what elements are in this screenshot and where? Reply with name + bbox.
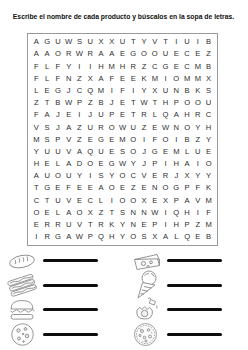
- grid-cell: V: [74, 219, 85, 231]
- grid-cell: E: [106, 146, 117, 158]
- grid-cell: U: [85, 36, 96, 48]
- grid-cell: C: [182, 48, 193, 60]
- grid-cell: U: [85, 121, 96, 133]
- grid-cell: E: [117, 97, 128, 109]
- grid-cell: O: [192, 97, 203, 109]
- grid-cell: S: [42, 133, 53, 145]
- grid-cell: E: [203, 146, 214, 158]
- grid-cell: G: [42, 36, 53, 48]
- grid-cell: Y: [139, 36, 150, 48]
- grid-cell: S: [42, 121, 53, 133]
- grid-cell: M: [106, 60, 117, 72]
- grid-cell: G: [42, 182, 53, 194]
- grid-cell: B: [203, 36, 214, 48]
- grid-cell: O: [203, 158, 214, 170]
- grid-cell: M: [149, 73, 160, 85]
- grid-cell: U: [128, 121, 139, 133]
- grid-cell: E: [117, 48, 128, 60]
- grid-cell: F: [192, 182, 203, 194]
- grid-cell: A: [171, 109, 182, 121]
- grid-cell: R: [139, 109, 150, 121]
- grid-cell: W: [160, 121, 171, 133]
- grid-cell: Z: [74, 133, 85, 145]
- grid-cell: O: [85, 158, 96, 170]
- grid-cell: E: [63, 109, 74, 121]
- grid-cell: Z: [96, 206, 107, 218]
- grid-cell: S: [139, 231, 150, 243]
- grid-cell: G: [53, 231, 64, 243]
- grid-cell: D: [74, 158, 85, 170]
- grid-cell: M: [203, 219, 214, 231]
- grid-cell: O: [160, 133, 171, 145]
- grid-cell: Y: [117, 219, 128, 231]
- grid-cell: A: [96, 182, 107, 194]
- product-row: [130, 298, 248, 321]
- grid-cell: Y: [106, 170, 117, 182]
- grid-cell: K: [203, 182, 214, 194]
- grid-cell: C: [85, 194, 96, 206]
- grid-cell: M: [117, 133, 128, 145]
- grid-cell: O: [117, 194, 128, 206]
- grid-cell: J: [53, 109, 64, 121]
- grid-cell: L: [149, 109, 160, 121]
- grid-cell: Y: [139, 85, 150, 97]
- grid-cell: O: [128, 146, 139, 158]
- grid-cell: Z: [139, 121, 150, 133]
- grid-cell: Y: [74, 170, 85, 182]
- grid-cell: H: [182, 206, 193, 218]
- grid-cell: R: [192, 109, 203, 121]
- grid-cell: I: [160, 158, 171, 170]
- grid-cell: O: [53, 48, 64, 60]
- grid-cell: C: [31, 194, 42, 206]
- answer-line: [167, 308, 222, 311]
- grid-cell: T: [31, 182, 42, 194]
- grid-cell: T: [160, 36, 171, 48]
- grid-cell: Z: [74, 121, 85, 133]
- grid-cell: Q: [171, 206, 182, 218]
- grid-cell: M: [192, 60, 203, 72]
- grid-cell: A: [182, 194, 193, 206]
- grid-cell: F: [53, 60, 64, 72]
- grid-cell: E: [139, 219, 150, 231]
- grid-cell: V: [63, 133, 74, 145]
- grid-cell: U: [63, 219, 74, 231]
- grid-cell: U: [53, 194, 64, 206]
- grid-cell: U: [203, 97, 214, 109]
- grid-cell: V: [149, 36, 160, 48]
- grid-cell: E: [139, 182, 150, 194]
- grid-cell: R: [96, 219, 107, 231]
- grid-cell: B: [96, 97, 107, 109]
- grid-cell: O: [160, 182, 171, 194]
- grid-cell: P: [182, 219, 193, 231]
- grid-cell: U: [160, 48, 171, 60]
- grid-cell: O: [31, 206, 42, 218]
- grid-cell: T: [149, 97, 160, 109]
- grid-cell: C: [128, 170, 139, 182]
- grid-cell: A: [182, 158, 193, 170]
- cookie-icon: [6, 322, 38, 346]
- grid-cell: F: [117, 85, 128, 97]
- grid-cell: U: [182, 36, 193, 48]
- answer-line: [43, 333, 98, 336]
- grid-cell: F: [149, 133, 160, 145]
- grid-cell: N: [128, 206, 139, 218]
- grid-cell: A: [63, 158, 74, 170]
- answer-line: [167, 259, 222, 262]
- grid-cell: O: [128, 231, 139, 243]
- grid-cell: T: [128, 109, 139, 121]
- grid-cell: C: [74, 85, 85, 97]
- grid-cell: W: [139, 97, 150, 109]
- answer-line: [43, 259, 98, 262]
- grid-cell: K: [139, 73, 150, 85]
- products-column-right: [124, 249, 248, 346]
- grid-cell: K: [192, 85, 203, 97]
- grid-cell: R: [96, 121, 107, 133]
- grid-cell: E: [171, 48, 182, 60]
- grid-cell: O: [128, 194, 139, 206]
- grid-cell: Z: [192, 133, 203, 145]
- grid-cell: G: [171, 182, 182, 194]
- grid-cell: E: [106, 133, 117, 145]
- grid-cell: U: [42, 146, 53, 158]
- grid-cell: N: [128, 219, 139, 231]
- grid-cell: E: [128, 73, 139, 85]
- grid-cell: S: [96, 170, 107, 182]
- grid-cell: A: [31, 170, 42, 182]
- grid-cell: P: [149, 158, 160, 170]
- grid-cell: G: [96, 133, 107, 145]
- grid-cell: X: [203, 73, 214, 85]
- grid-cell: W: [63, 97, 74, 109]
- grid-cell: O: [139, 48, 150, 60]
- grid-cell: W: [149, 206, 160, 218]
- grid-cell: W: [117, 121, 128, 133]
- grid-cell: O: [182, 97, 193, 109]
- grid-cell: W: [74, 231, 85, 243]
- bacon-icon: [6, 273, 38, 297]
- grid-cell: H: [160, 97, 171, 109]
- grid-cell: Q: [85, 146, 96, 158]
- grid-cell: B: [203, 231, 214, 243]
- grid-cell: U: [117, 36, 128, 48]
- answer-line: [167, 284, 222, 287]
- grid-cell: O: [128, 133, 139, 145]
- grid-cell: Y: [128, 158, 139, 170]
- grid-cell: T: [128, 97, 139, 109]
- grid-cell: E: [85, 133, 96, 145]
- grid-cell: H: [31, 158, 42, 170]
- grid-cell: S: [203, 85, 214, 97]
- grid-cell: H: [96, 60, 107, 72]
- grid-cell: O: [182, 121, 193, 133]
- grid-cell: E: [117, 182, 128, 194]
- grid-cell: X: [160, 194, 171, 206]
- grid-cell: H: [203, 121, 214, 133]
- grid-cell: I: [171, 36, 182, 48]
- grid-cell: Y: [203, 170, 214, 182]
- grid-cell: E: [149, 121, 160, 133]
- grid-cell: I: [31, 231, 42, 243]
- grid-cell: G: [128, 48, 139, 60]
- grid-cell: H: [171, 219, 182, 231]
- grid-cell: B: [53, 97, 64, 109]
- grid-cell: Y: [31, 146, 42, 158]
- grid-cell: Z: [31, 97, 42, 109]
- grid-cell: E: [117, 73, 128, 85]
- grid-cell: T: [128, 36, 139, 48]
- grid-cell: X: [182, 170, 193, 182]
- grid-cell: L: [42, 73, 53, 85]
- product-row: [6, 274, 124, 297]
- letter-grid: AGUWSUXXUTYVTIUIBAAORWRAAEGOOUECEZFLFYII…: [27, 33, 218, 246]
- grid-cell: J: [139, 158, 150, 170]
- grid-cell: S: [74, 36, 85, 48]
- grid-cell: A: [74, 146, 85, 158]
- grid-cell: U: [160, 85, 171, 97]
- grid-cell: V: [63, 146, 74, 158]
- grid-cell: T: [42, 97, 53, 109]
- ice-cream-icon: [130, 273, 162, 297]
- grid-cell: I: [192, 158, 203, 170]
- grid-cell: B: [182, 85, 193, 97]
- grid-cell: X: [85, 73, 96, 85]
- grid-cell: I: [192, 206, 203, 218]
- grid-cell: G: [160, 60, 171, 72]
- grid-cell: J: [63, 85, 74, 97]
- grid-cell: U: [63, 170, 74, 182]
- grid-cell: N: [149, 182, 160, 194]
- grid-cell: E: [85, 182, 96, 194]
- grid-cell: U: [96, 109, 107, 121]
- product-row: [130, 249, 248, 272]
- grid-cell: Q: [182, 231, 193, 243]
- grid-cell: I: [106, 85, 117, 97]
- grid-cell: E: [42, 158, 53, 170]
- cheese-icon: [130, 249, 162, 273]
- grid-cell: P: [171, 194, 182, 206]
- grid-cell: L: [171, 231, 182, 243]
- grid-cell: P: [171, 97, 182, 109]
- grid-cell: U: [53, 36, 64, 48]
- grid-cell: E: [149, 194, 160, 206]
- grid-cell: O: [171, 73, 182, 85]
- grid-cell: I: [74, 60, 85, 72]
- grid-cell: I: [128, 85, 139, 97]
- page-title: Escribe el nombre de cada producto y bús…: [0, 13, 247, 20]
- grid-cell: V: [139, 170, 150, 182]
- grid-cell: Z: [203, 48, 214, 60]
- grid-cell: I: [106, 194, 117, 206]
- grid-cell: L: [182, 146, 193, 158]
- grid-cell: A: [63, 231, 74, 243]
- product-row: [6, 249, 124, 272]
- grid-cell: C: [203, 109, 214, 121]
- grid-cell: U: [42, 170, 53, 182]
- grid-cell: E: [96, 158, 107, 170]
- grid-cell: H: [117, 60, 128, 72]
- egg-icon: [130, 298, 162, 322]
- grid-cell: F: [53, 73, 64, 85]
- grid-cell: I: [171, 133, 182, 145]
- products-section: [0, 249, 247, 346]
- grid-cell: P: [85, 231, 96, 243]
- grid-cell: A: [42, 48, 53, 60]
- grid-cell: E: [192, 48, 203, 60]
- grid-cell: F: [31, 109, 42, 121]
- grid-cell: I: [139, 133, 150, 145]
- grid-cell: O: [106, 121, 117, 133]
- grid-cell: M: [31, 133, 42, 145]
- bread-icon: [6, 249, 38, 273]
- grid-cell: W: [63, 36, 74, 48]
- hamburger-icon: [6, 298, 38, 322]
- grid-cell: L: [42, 60, 53, 72]
- grid-cell: E: [42, 206, 53, 218]
- grid-cell: J: [106, 97, 117, 109]
- grid-cell: P: [74, 97, 85, 109]
- grid-cell: S: [117, 206, 128, 218]
- grid-cell: T: [106, 206, 117, 218]
- grid-cell: R: [160, 170, 171, 182]
- grid-cell: M: [182, 73, 193, 85]
- grid-cell: A: [63, 206, 74, 218]
- grid-cell: J: [139, 146, 150, 158]
- grid-cell: E: [74, 182, 85, 194]
- grid-cell: O: [106, 182, 117, 194]
- grid-cell: Q: [85, 85, 96, 97]
- grid-cell: Z: [85, 97, 96, 109]
- grid-cell: F: [31, 73, 42, 85]
- grid-cell: Z: [128, 182, 139, 194]
- grid-cell: R: [42, 219, 53, 231]
- grid-cell: E: [171, 60, 182, 72]
- grid-cell: V: [192, 194, 203, 206]
- grid-cell: L: [96, 194, 107, 206]
- grid-cell: P: [182, 182, 193, 194]
- grid-cell: O: [53, 170, 64, 182]
- grid-cell: W: [117, 158, 128, 170]
- product-row: [130, 323, 248, 346]
- grid-cell: M: [203, 194, 214, 206]
- grid-cell: Y: [63, 60, 74, 72]
- grid-cell: T: [42, 194, 53, 206]
- grid-cell: W: [74, 48, 85, 60]
- grid-cell: O: [117, 170, 128, 182]
- grid-cell: O: [149, 48, 160, 60]
- answer-line: [43, 308, 98, 311]
- grid-cell: E: [192, 231, 203, 243]
- grid-cell: Z: [74, 73, 85, 85]
- answer-line: [43, 284, 98, 287]
- grid-cell: Y: [203, 133, 214, 145]
- grid-cell: I: [85, 60, 96, 72]
- product-row: [130, 274, 248, 297]
- grid-cell: Q: [96, 231, 107, 243]
- grid-cell: F: [31, 60, 42, 72]
- grid-cell: F: [63, 182, 74, 194]
- grid-cell: I: [85, 170, 96, 182]
- grid-cell: I: [74, 109, 85, 121]
- products-column-left: [0, 249, 124, 346]
- grid-cell: S: [117, 146, 128, 158]
- grid-cell: R: [53, 219, 64, 231]
- grid-cell: N: [171, 85, 182, 97]
- grid-cell: X: [85, 206, 96, 218]
- grid-cell: I: [160, 219, 171, 231]
- grid-cell: X: [106, 36, 117, 48]
- grid-cell: P: [106, 109, 117, 121]
- grid-cell: J: [53, 121, 64, 133]
- grid-cell: N: [171, 121, 182, 133]
- grid-cell: P: [149, 219, 160, 231]
- grid-cell: X: [149, 85, 160, 97]
- grid-cell: E: [53, 182, 64, 194]
- grid-cell: A: [106, 48, 117, 60]
- grid-cell: U: [192, 146, 203, 158]
- answer-line: [167, 333, 222, 336]
- grid-cell: Y: [192, 170, 203, 182]
- grid-cell: H: [171, 158, 182, 170]
- grid-cell: G: [106, 158, 117, 170]
- grid-cell: Y: [192, 121, 203, 133]
- grid-cell: U: [53, 146, 64, 158]
- grid-cell: X: [139, 194, 150, 206]
- grid-cell: H: [106, 231, 117, 243]
- grid-cell: C: [149, 60, 160, 72]
- grid-cell: L: [53, 158, 64, 170]
- grid-cell: Y: [117, 231, 128, 243]
- pizza-icon: [130, 322, 162, 346]
- grid-cell: R: [63, 48, 74, 60]
- grid-cell: M: [192, 73, 203, 85]
- grid-cell: G: [53, 85, 64, 97]
- grid-cell: E: [74, 194, 85, 206]
- grid-cell: K: [106, 219, 117, 231]
- grid-cell: C: [182, 60, 193, 72]
- grid-cell: N: [139, 206, 150, 218]
- grid-cell: G: [149, 146, 160, 158]
- grid-cell: Q: [160, 109, 171, 121]
- grid-cell: F: [203, 206, 214, 218]
- grid-cell: A: [31, 48, 42, 60]
- grid-cell: V: [31, 121, 42, 133]
- grid-cell: L: [53, 206, 64, 218]
- grid-cell: E: [160, 146, 171, 158]
- grid-cell: A: [63, 121, 74, 133]
- grid-cell: U: [96, 146, 107, 158]
- grid-cell: B: [203, 60, 214, 72]
- grid-cell: A: [31, 36, 42, 48]
- grid-cell: E: [149, 170, 160, 182]
- worksheet-page: Escribe el nombre de cada producto y bús…: [0, 0, 247, 350]
- grid-cell: R: [128, 60, 139, 72]
- grid-cell: X: [96, 36, 107, 48]
- grid-cell: O: [74, 206, 85, 218]
- grid-cell: I: [160, 206, 171, 218]
- grid-cell: X: [149, 231, 160, 243]
- grid-cell: Z: [192, 219, 203, 231]
- grid-cell: A: [42, 109, 53, 121]
- grid-cell: A: [160, 231, 171, 243]
- grid-cell: M: [96, 85, 107, 97]
- grid-cell: T: [85, 219, 96, 231]
- grid-cell: E: [42, 85, 53, 97]
- grid-cell: F: [106, 73, 117, 85]
- grid-cell: L: [31, 85, 42, 97]
